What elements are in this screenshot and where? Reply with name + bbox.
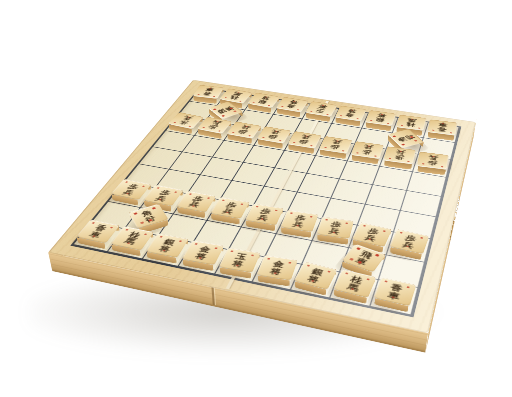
piece-gote-p-4c[interactable]: 歩兵 [319,136,353,154]
piece-kanji-bottom: 兵 [428,155,438,161]
piece-sente-g-4i[interactable]: 金将 [257,255,298,281]
piece-kanji-top: 歩 [192,195,205,202]
piece-kanji-bottom: 兵 [395,149,405,155]
piece-kanji-bottom: 兵 [211,120,222,126]
piece-sente-l-1i[interactable]: 香車 [374,277,417,306]
piece-kanji-bottom: 将 [307,274,321,284]
piece-gote-s-3a[interactable]: 銀将 [365,110,396,126]
piece-kanji-top: 歩 [159,189,172,196]
piece-gote-g-4a[interactable]: 金将 [335,105,367,121]
piece-kanji-bottom: 将 [260,95,271,100]
piece-kanji-bottom: 兵 [363,144,374,150]
piece-sente-p-4g[interactable]: 歩兵 [280,210,318,232]
piece-kanji-bottom: 将 [269,266,282,275]
piece-gote-l-1a[interactable]: 香車 [427,119,457,135]
piece-kanji-bottom: 将 [377,113,387,118]
piece-kanji-bottom: 兵 [240,125,251,131]
piece-kanji-top: 飛 [359,250,373,260]
piece-kanji-top: 歩 [295,214,307,221]
piece-kanji-bottom: 兵 [270,129,281,135]
piece-kanji-top: 歩 [127,183,140,190]
piece-kanji-bottom: 兵 [257,213,270,221]
piece-kanji-bottom: 兵 [182,115,194,121]
piece-kanji-top: 銀 [311,267,325,276]
piece-kanji-bottom: 車 [387,290,401,300]
piece-gote-p-3c[interactable]: 歩兵 [351,141,384,159]
piece-kanji-bottom: 兵 [402,240,415,249]
piece-kanji-top: 歩 [367,227,380,235]
piece-kanji-bottom: 将 [232,259,246,268]
piece-kanji-bottom: 兵 [122,188,135,195]
piece-kanji-bottom: 兵 [155,194,168,201]
piece-gote-p-1c[interactable]: 歩兵 [417,151,449,169]
piece-kanji-top: 香 [390,283,404,293]
piece-kanji-top: 歩 [330,220,342,228]
piece-kanji-bottom: 行 [144,214,157,222]
piece-gote-n-2a[interactable]: 桂馬 [396,114,427,130]
piece-kanji-bottom: 車 [205,87,215,92]
piece-kanji-bottom: 兵 [188,200,201,207]
piece-kanji-bottom: 将 [288,100,299,105]
piece-kanji-top: 歩 [226,201,239,208]
piece-kanji-bottom: 兵 [222,207,235,214]
piece-kanji-bottom: 将 [347,108,357,113]
piece-kanji-top: 歩 [260,207,273,214]
piece-kanji-bottom: 兵 [300,134,311,140]
piece-kanji-top: 桂 [350,275,364,285]
piece-kanji-top: 角 [140,209,153,217]
piece-gote-p-2c[interactable]: 歩兵 [384,146,417,164]
piece-kanji-bottom: 兵 [332,139,343,145]
piece-gote-g-6a[interactable]: 金将 [276,97,309,112]
product-photo-scene: 香車桂馬銀将金将王将金将銀将桂馬香車飛車角行歩兵歩兵歩兵歩兵歩兵歩兵歩兵歩兵歩兵… [0,0,512,397]
piece-kanji-top: 金 [198,245,212,253]
piece-kanji-top: 玉 [235,252,249,260]
piece-kanji-top: 桂 [128,231,142,239]
piece-gote-p-5c[interactable]: 歩兵 [288,131,322,148]
piece-sente-p-1g[interactable]: 歩兵 [390,229,430,254]
piece-kanji-bottom: 将 [317,104,327,109]
piece-kanji-top: 香 [94,224,108,232]
fold-cut-line [212,287,215,305]
piece-kanji-bottom: 馬 [346,282,360,292]
piece-kanji-bottom: 馬 [123,237,137,245]
piece-sente-p-3g[interactable]: 歩兵 [317,216,355,239]
piece-gote-l-9a[interactable]: 香車 [193,85,225,99]
piece-gote-p-6c[interactable]: 歩兵 [257,126,292,143]
piece-kanji-bottom: 兵 [364,233,377,242]
piece-gote-k-5a[interactable]: 王将 [305,101,337,117]
piece-kanji-top: 金 [272,259,285,268]
piece-kanji-bottom: 将 [158,244,172,252]
piece-kanji-bottom: 馬 [232,91,243,96]
piece-kanji-bottom: 兵 [329,227,341,235]
piece-kanji-bottom: 馬 [407,117,417,122]
piece-kanji-bottom: 車 [354,256,369,266]
piece-kanji-bottom: 車 [88,230,102,238]
piece-kanji-top: 銀 [163,238,177,246]
piece-kanji-bottom: 将 [195,251,209,260]
piece-kanji-bottom: 車 [438,122,448,127]
piece-kanji-bottom: 車 [223,106,235,112]
piece-kanji-top: 歩 [405,234,418,242]
piece-kanji-bottom: 兵 [292,220,304,228]
